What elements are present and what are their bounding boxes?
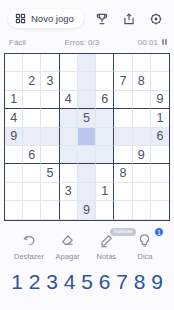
cell-r7c7[interactable]: 8: [114, 164, 132, 182]
cell-r9c9[interactable]: [151, 201, 169, 219]
cell-r9c1[interactable]: [5, 201, 23, 219]
cell-r1c6[interactable]: [96, 54, 114, 72]
cell-r6c9[interactable]: [151, 146, 169, 164]
cell-r8c9[interactable]: [151, 183, 169, 201]
cell-r4c6[interactable]: [96, 109, 114, 127]
cell-r7c6[interactable]: [96, 164, 114, 182]
cell-r3c9[interactable]: 9: [151, 91, 169, 109]
top-bar-icons: [94, 11, 166, 27]
cell-r2c3[interactable]: 3: [41, 72, 59, 90]
cell-r8c6[interactable]: 1: [96, 183, 114, 201]
numpad-9[interactable]: 9: [149, 270, 165, 294]
notes-button[interactable]: Inativas Notas: [91, 232, 121, 261]
cell-r1c3[interactable]: [41, 54, 59, 72]
cell-r8c7[interactable]: [114, 183, 132, 201]
cell-r3c2[interactable]: [23, 91, 41, 109]
cell-r4c5[interactable]: 5: [78, 109, 96, 127]
cell-r5c5[interactable]: [78, 128, 96, 146]
numpad-4[interactable]: 4: [62, 270, 78, 294]
cell-r2c1[interactable]: [5, 72, 23, 90]
difficulty-label: Fácil: [9, 38, 26, 47]
cell-r2c6[interactable]: [96, 72, 114, 90]
cell-r7c1[interactable]: [5, 164, 23, 182]
cell-r8c3[interactable]: [41, 183, 59, 201]
cell-r7c2[interactable]: [23, 164, 41, 182]
eraser-icon: [59, 232, 76, 249]
new-game-button[interactable]: Novo jogo: [8, 9, 84, 28]
cell-r1c8[interactable]: [133, 54, 151, 72]
erase-label: Apagar: [56, 252, 80, 261]
cell-r6c2[interactable]: 6: [23, 146, 41, 164]
cell-r7c4[interactable]: [60, 164, 78, 182]
pause-icon[interactable]: [161, 38, 168, 46]
gear-icon[interactable]: [148, 11, 164, 27]
cell-r6c3[interactable]: [41, 146, 59, 164]
cell-r6c1[interactable]: [5, 146, 23, 164]
cell-r5c2[interactable]: [23, 128, 41, 146]
undo-button[interactable]: Desfazer: [14, 232, 44, 261]
cell-r6c8[interactable]: 9: [133, 146, 151, 164]
cell-r3c5[interactable]: [78, 91, 96, 109]
trophy-icon[interactable]: [94, 11, 110, 27]
cell-r2c5[interactable]: [78, 72, 96, 90]
cell-r3c7[interactable]: [114, 91, 132, 109]
cell-r5c1[interactable]: 9: [5, 128, 23, 146]
numpad-3[interactable]: 3: [44, 270, 60, 294]
cell-r5c8[interactable]: [133, 128, 151, 146]
cell-r7c3[interactable]: 5: [41, 164, 59, 182]
cell-r2c7[interactable]: 7: [114, 72, 132, 90]
cell-r1c5[interactable]: [78, 54, 96, 72]
errors-counter: Erros: 0/3: [65, 38, 100, 47]
cell-r6c4[interactable]: [60, 146, 78, 164]
timer-wrap: 00:01: [138, 38, 168, 47]
cell-r9c3[interactable]: [41, 201, 59, 219]
cell-r8c2[interactable]: [23, 183, 41, 201]
cell-r9c6[interactable]: [96, 201, 114, 219]
cell-r2c2[interactable]: 2: [23, 72, 41, 90]
cell-r6c6[interactable]: [96, 146, 114, 164]
cell-r2c9[interactable]: [151, 72, 169, 90]
erase-button[interactable]: Apagar: [53, 232, 83, 261]
cell-r8c1[interactable]: [5, 183, 23, 201]
share-icon[interactable]: [121, 11, 137, 27]
cell-r8c8[interactable]: [133, 183, 151, 201]
cell-r9c7[interactable]: [114, 201, 132, 219]
numpad-7[interactable]: 7: [114, 270, 130, 294]
cell-r9c4[interactable]: [60, 201, 78, 219]
cell-r5c7[interactable]: [114, 128, 132, 146]
cell-r2c8[interactable]: 8: [133, 72, 151, 90]
numpad-5[interactable]: 5: [79, 270, 95, 294]
sudoku-board[interactable]: 23781469451966958319: [4, 53, 170, 221]
status-row: Fácil Erros: 0/3 00:01: [0, 33, 174, 51]
cell-r9c5[interactable]: 9: [78, 201, 96, 219]
cell-r5c3[interactable]: [41, 128, 59, 146]
cell-r2c4[interactable]: [60, 72, 78, 90]
numpad-1[interactable]: 1: [9, 270, 25, 294]
cell-r5c9[interactable]: 6: [151, 128, 169, 146]
cell-r4c3[interactable]: [41, 109, 59, 127]
cell-r3c1[interactable]: 1: [5, 91, 23, 109]
cell-r5c6[interactable]: [96, 128, 114, 146]
cell-r9c8[interactable]: [133, 201, 151, 219]
cell-r7c5[interactable]: [78, 164, 96, 182]
cell-r4c1[interactable]: 4: [5, 109, 23, 127]
cell-r6c5[interactable]: [78, 146, 96, 164]
timer-value: 00:01: [138, 38, 158, 47]
cell-r4c9[interactable]: 1: [151, 109, 169, 127]
cell-r1c1[interactable]: [5, 54, 23, 72]
grid-icon: [15, 13, 26, 24]
cell-r1c9[interactable]: [151, 54, 169, 72]
cell-r1c4[interactable]: [60, 54, 78, 72]
numpad-8[interactable]: 8: [132, 270, 148, 294]
hint-button[interactable]: 1 Dica: [130, 232, 160, 261]
cell-r3c6[interactable]: 6: [96, 91, 114, 109]
cell-r4c7[interactable]: [114, 109, 132, 127]
cell-r3c3[interactable]: [41, 91, 59, 109]
number-pad: 123456789: [0, 270, 174, 294]
notes-label: Notas: [97, 252, 117, 261]
cell-r5c4[interactable]: [60, 128, 78, 146]
numpad-2[interactable]: 2: [27, 270, 43, 294]
cell-r7c8[interactable]: [133, 164, 151, 182]
undo-label: Desfazer: [14, 252, 44, 261]
lightbulb-icon: [136, 232, 153, 249]
cell-r4c2[interactable]: [23, 109, 41, 127]
hint-label: Dica: [137, 252, 152, 261]
numpad-6[interactable]: 6: [97, 270, 113, 294]
cell-r1c2[interactable]: [23, 54, 41, 72]
cell-r4c4[interactable]: [60, 109, 78, 127]
cell-r9c2[interactable]: [23, 201, 41, 219]
cell-r8c4[interactable]: 3: [60, 183, 78, 201]
new-game-label: Novo jogo: [31, 13, 74, 24]
tool-bar: Desfazer Apagar Inativas Notas 1 Dic: [0, 232, 174, 261]
undo-icon: [21, 232, 38, 249]
hint-badge: 1: [154, 227, 164, 237]
cell-r6c7[interactable]: [114, 146, 132, 164]
board-wrap: 23781469451966958319: [0, 53, 174, 221]
cell-r4c8[interactable]: [133, 109, 151, 127]
cell-r3c4[interactable]: 4: [60, 91, 78, 109]
cell-r7c9[interactable]: [151, 164, 169, 182]
cell-r8c5[interactable]: [78, 183, 96, 201]
cell-r3c8[interactable]: [133, 91, 151, 109]
top-bar: Novo jogo: [0, 0, 174, 30]
cell-r1c7[interactable]: [114, 54, 132, 72]
